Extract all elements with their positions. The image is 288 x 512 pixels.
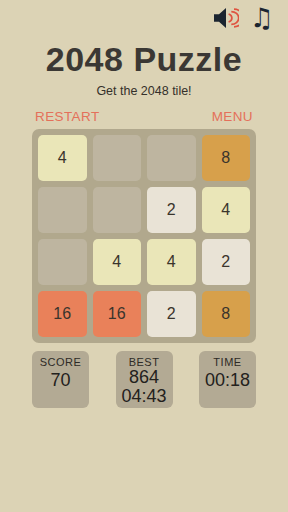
tile-2-r4c3: 2 <box>147 291 196 337</box>
best-time-value: 04:43 <box>116 387 173 406</box>
cell-empty-r1c2 <box>93 135 142 181</box>
cell-empty-r2c1 <box>38 187 87 233</box>
best-box: BEST 864 04:43 <box>116 351 173 408</box>
tile-4-r3c3: 4 <box>147 239 196 285</box>
page-title: 2048 Puzzle <box>0 40 288 79</box>
restart-button[interactable]: RESTART <box>35 109 100 124</box>
cell-empty-r1c3 <box>147 135 196 181</box>
tile-2-r2c3: 2 <box>147 187 196 233</box>
top-icon-bar: ♫ <box>0 0 288 30</box>
tile-16-r4c1: 16 <box>38 291 87 337</box>
cell-empty-r2c2 <box>93 187 142 233</box>
time-label: TIME <box>199 356 256 368</box>
score-box: SCORE 70 <box>32 351 89 408</box>
tile-2-r3c4: 2 <box>202 239 251 285</box>
page-subtitle: Get the 2048 tile! <box>0 84 288 98</box>
board[interactable]: 4824442161628 <box>32 129 256 343</box>
tile-4-r1c1: 4 <box>38 135 87 181</box>
nav-bar: RESTART MENU <box>35 109 253 124</box>
stats-row: SCORE 70 BEST 864 04:43 TIME 00:18 <box>32 351 256 408</box>
time-box: TIME 00:18 <box>199 351 256 408</box>
cell-empty-r3c1 <box>38 239 87 285</box>
menu-button[interactable]: MENU <box>212 109 253 124</box>
tile-4-r2c4: 4 <box>202 187 251 233</box>
score-value: 70 <box>32 370 89 390</box>
tile-8-r1c4: 8 <box>202 135 251 181</box>
sound-toggle-icon[interactable] <box>213 6 239 30</box>
score-label: SCORE <box>32 356 89 368</box>
best-score-value: 864 <box>116 368 173 387</box>
tile-4-r3c2: 4 <box>93 239 142 285</box>
tile-16-r4c2: 16 <box>93 291 142 337</box>
time-value: 00:18 <box>199 370 256 390</box>
tile-8-r4c4: 8 <box>202 291 251 337</box>
music-toggle-icon[interactable]: ♫ <box>250 6 274 30</box>
